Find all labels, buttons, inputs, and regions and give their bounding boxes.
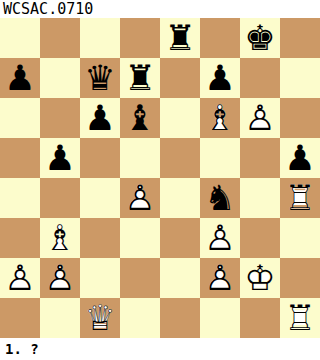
black-pawn-c6[interactable]: ♟ — [80, 98, 120, 138]
chess-board: ♜♚♟♛♜♟♟♝♝♗♟♙♟♟♟♙♞♜♖♝♗♟♙♟♙♟♙♟♙♚♔♛♕♜♖ — [0, 18, 320, 338]
black-pawn-h5[interactable]: ♟ — [280, 138, 320, 178]
white-bishop-f6[interactable]: ♝♗ — [200, 98, 240, 138]
square-f2[interactable]: ♟♙ — [200, 258, 240, 298]
square-g5[interactable] — [240, 138, 280, 178]
square-c3[interactable] — [80, 218, 120, 258]
square-a6[interactable] — [0, 98, 40, 138]
square-c4[interactable] — [80, 178, 120, 218]
square-c8[interactable] — [80, 18, 120, 58]
black-pawn-a7[interactable]: ♟ — [0, 58, 40, 98]
black-knight-f4[interactable]: ♞ — [200, 178, 240, 218]
black-rook-d7[interactable]: ♜ — [120, 58, 160, 98]
square-h5[interactable]: ♟ — [280, 138, 320, 178]
square-d6[interactable]: ♝ — [120, 98, 160, 138]
square-f7[interactable]: ♟ — [200, 58, 240, 98]
square-c2[interactable] — [80, 258, 120, 298]
square-a7[interactable]: ♟ — [0, 58, 40, 98]
square-d7[interactable]: ♜ — [120, 58, 160, 98]
square-a1[interactable] — [0, 298, 40, 338]
square-d2[interactable] — [120, 258, 160, 298]
square-h4[interactable]: ♜♖ — [280, 178, 320, 218]
black-king-g8[interactable]: ♚ — [240, 18, 280, 58]
square-b1[interactable] — [40, 298, 80, 338]
square-g3[interactable] — [240, 218, 280, 258]
white-rook-h4[interactable]: ♜♖ — [280, 178, 320, 218]
move-prompt: 1. ? — [5, 341, 39, 357]
square-a3[interactable] — [0, 218, 40, 258]
square-a4[interactable] — [0, 178, 40, 218]
white-pawn-d4[interactable]: ♟♙ — [120, 178, 160, 218]
puzzle-id: WCSAC.0710 — [3, 0, 93, 18]
square-b7[interactable] — [40, 58, 80, 98]
square-d5[interactable] — [120, 138, 160, 178]
white-king-g2[interactable]: ♚♔ — [240, 258, 280, 298]
square-f1[interactable] — [200, 298, 240, 338]
square-g7[interactable] — [240, 58, 280, 98]
white-pawn-b2[interactable]: ♟♙ — [40, 258, 80, 298]
square-g2[interactable]: ♚♔ — [240, 258, 280, 298]
black-queen-c7[interactable]: ♛ — [80, 58, 120, 98]
square-f8[interactable] — [200, 18, 240, 58]
square-g4[interactable] — [240, 178, 280, 218]
footer: 1. ? — [0, 338, 320, 360]
white-queen-c1[interactable]: ♛♕ — [80, 298, 120, 338]
square-a8[interactable] — [0, 18, 40, 58]
white-bishop-b3[interactable]: ♝♗ — [40, 218, 80, 258]
square-e7[interactable] — [160, 58, 200, 98]
square-h6[interactable] — [280, 98, 320, 138]
square-h2[interactable] — [280, 258, 320, 298]
square-h1[interactable]: ♜♖ — [280, 298, 320, 338]
square-a2[interactable]: ♟♙ — [0, 258, 40, 298]
square-c5[interactable] — [80, 138, 120, 178]
puzzle-page: WCSAC.0710 ♜♚♟♛♜♟♟♝♝♗♟♙♟♟♟♙♞♜♖♝♗♟♙♟♙♟♙♟♙… — [0, 0, 320, 360]
white-pawn-f2[interactable]: ♟♙ — [200, 258, 240, 298]
square-d8[interactable] — [120, 18, 160, 58]
square-b5[interactable]: ♟ — [40, 138, 80, 178]
header: WCSAC.0710 — [0, 0, 320, 18]
square-b6[interactable] — [40, 98, 80, 138]
square-f5[interactable] — [200, 138, 240, 178]
black-pawn-f7[interactable]: ♟ — [200, 58, 240, 98]
white-pawn-f3[interactable]: ♟♙ — [200, 218, 240, 258]
white-pawn-g6[interactable]: ♟♙ — [240, 98, 280, 138]
square-g6[interactable]: ♟♙ — [240, 98, 280, 138]
square-e3[interactable] — [160, 218, 200, 258]
square-a5[interactable] — [0, 138, 40, 178]
square-c7[interactable]: ♛ — [80, 58, 120, 98]
square-f4[interactable]: ♞ — [200, 178, 240, 218]
square-b2[interactable]: ♟♙ — [40, 258, 80, 298]
black-pawn-b5[interactable]: ♟ — [40, 138, 80, 178]
square-b8[interactable] — [40, 18, 80, 58]
square-e5[interactable] — [160, 138, 200, 178]
square-e4[interactable] — [160, 178, 200, 218]
square-f3[interactable]: ♟♙ — [200, 218, 240, 258]
square-e1[interactable] — [160, 298, 200, 338]
white-rook-h1[interactable]: ♜♖ — [280, 298, 320, 338]
black-bishop-d6[interactable]: ♝ — [120, 98, 160, 138]
black-rook-e8[interactable]: ♜ — [160, 18, 200, 58]
square-d1[interactable] — [120, 298, 160, 338]
square-c1[interactable]: ♛♕ — [80, 298, 120, 338]
square-e2[interactable] — [160, 258, 200, 298]
square-b4[interactable] — [40, 178, 80, 218]
square-h8[interactable] — [280, 18, 320, 58]
square-f6[interactable]: ♝♗ — [200, 98, 240, 138]
square-g1[interactable] — [240, 298, 280, 338]
square-c6[interactable]: ♟ — [80, 98, 120, 138]
square-d3[interactable] — [120, 218, 160, 258]
square-b3[interactable]: ♝♗ — [40, 218, 80, 258]
square-h3[interactable] — [280, 218, 320, 258]
square-d4[interactable]: ♟♙ — [120, 178, 160, 218]
square-e8[interactable]: ♜ — [160, 18, 200, 58]
square-g8[interactable]: ♚ — [240, 18, 280, 58]
white-pawn-a2[interactable]: ♟♙ — [0, 258, 40, 298]
square-h7[interactable] — [280, 58, 320, 98]
square-e6[interactable] — [160, 98, 200, 138]
